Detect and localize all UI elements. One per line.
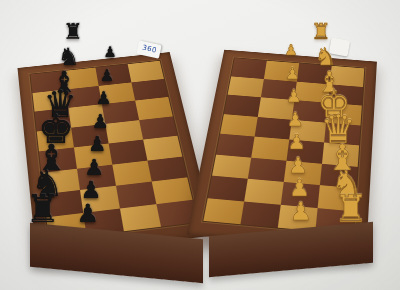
square xyxy=(212,154,251,179)
photo-backdrop: 360 ♜♞♝♛♚♝♞♜♟♟♟♟♟♟♟♟♟♟♟♟♟♟♟♟♜♞♝♚♛♝♞♜ xyxy=(0,0,400,290)
lot-sticker-text: 360 xyxy=(141,44,157,55)
string-tag xyxy=(329,37,350,56)
square xyxy=(208,176,248,201)
square xyxy=(120,204,161,232)
square xyxy=(318,185,357,211)
white-rook: ♜ xyxy=(311,21,331,43)
left-half-squares xyxy=(30,61,197,241)
square xyxy=(203,198,244,224)
square xyxy=(284,160,322,185)
square xyxy=(287,139,325,163)
square xyxy=(322,142,359,166)
square xyxy=(320,163,358,188)
square xyxy=(244,179,284,205)
folding-chessboard: 360 ♜♞♝♛♚♝♞♜♟♟♟♟♟♟♟♟♟♟♟♟♟♟♟♟♜♞♝♚♛♝♞♜ xyxy=(0,0,400,290)
board-right-half xyxy=(187,50,377,251)
square xyxy=(251,137,289,161)
black-rook: ♜ xyxy=(63,21,83,43)
square xyxy=(216,134,254,158)
square xyxy=(248,157,287,182)
square xyxy=(281,182,320,208)
right-half-squares xyxy=(203,58,364,234)
square xyxy=(240,201,280,228)
